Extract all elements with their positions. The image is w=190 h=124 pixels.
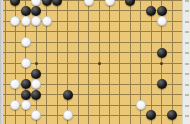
scrollbar-tick — [185, 10, 189, 12]
stone-white — [21, 16, 31, 26]
grid-line-h — [3, 73, 183, 74]
star-point — [35, 62, 38, 65]
stone-black — [42, 0, 52, 6]
scrollbar-tick — [185, 42, 189, 44]
stone-black — [146, 110, 156, 120]
scrollbar-tick — [185, 0, 189, 2]
stone-white — [136, 100, 146, 110]
stone-white — [21, 100, 31, 110]
stone-white — [42, 16, 52, 26]
stone-white — [10, 79, 20, 89]
scrollbar-tick — [185, 21, 189, 23]
stone-black — [157, 48, 167, 58]
stone-black — [157, 6, 167, 16]
stone-black — [125, 0, 135, 6]
stone-black — [21, 79, 31, 89]
stone-white — [84, 0, 94, 6]
go-board[interactable] — [0, 0, 190, 124]
stone-white — [31, 0, 41, 6]
stone-white — [21, 58, 31, 68]
go-app-window — [0, 0, 190, 124]
stone-black — [31, 90, 41, 100]
stone-white — [105, 0, 115, 6]
stone-white — [10, 16, 20, 26]
stone-black — [21, 6, 31, 16]
stone-black — [21, 90, 31, 100]
scrollbar-tick — [185, 63, 189, 65]
scrollbar-right[interactable] — [182, 0, 190, 124]
stone-white — [31, 16, 41, 26]
scrollbar-tick — [185, 73, 189, 75]
scrollbar-tick — [185, 84, 189, 86]
scrollbar-tick — [185, 105, 189, 107]
star-point — [98, 62, 101, 65]
stone-black — [157, 79, 167, 89]
scrollbar-tick — [185, 115, 189, 117]
stone-black — [31, 69, 41, 79]
star-point — [160, 62, 163, 65]
stone-white — [31, 110, 41, 120]
stone-white — [63, 110, 73, 120]
stone-white — [10, 100, 20, 110]
stone-black — [31, 6, 41, 16]
scrollbar-tick — [185, 52, 189, 54]
stone-black — [52, 0, 62, 6]
window-edge — [0, 0, 3, 124]
stone-white — [21, 37, 31, 47]
stone-black — [167, 110, 177, 120]
stone-black — [146, 6, 156, 16]
scrollbar-tick — [185, 94, 189, 96]
scrollbar-tick — [185, 31, 189, 33]
grid-line-h — [3, 31, 183, 32]
stone-black — [63, 90, 73, 100]
stone-black — [10, 0, 20, 6]
stone-white — [31, 79, 41, 89]
stone-white — [157, 16, 167, 26]
grid-line-h — [3, 115, 183, 116]
